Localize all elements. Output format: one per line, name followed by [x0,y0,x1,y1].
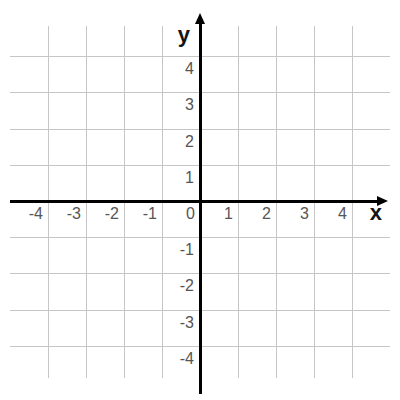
y-tick-label--4: -4 [154,351,194,367]
y-tick-label-2: 2 [154,134,194,150]
x-axis-title: x [342,202,382,224]
y-tick-label-4: 4 [154,61,194,77]
x-tick-label--3: -3 [41,206,81,222]
coordinate-plane: -4-3-2-11234-4-3-2-11234 0 x y [0,0,400,400]
x-tick-label-3: 3 [269,206,309,222]
origin-label: 0 [155,206,195,222]
y-tick-label--3: -3 [154,315,194,331]
x-tick-label--1: -1 [117,206,157,222]
x-tick-label--2: -2 [79,206,119,222]
y-tick-label-3: 3 [154,97,194,113]
x-tick-label-1: 1 [193,206,233,222]
y-tick-label--1: -1 [154,242,194,258]
y-tick-label-1: 1 [154,170,194,186]
y-axis-arrow-icon [195,13,205,24]
y-tick-label--2: -2 [154,278,194,294]
x-tick-label-4: 4 [307,206,347,222]
x-axis-line [10,200,380,203]
x-tick-label--4: -4 [3,206,43,222]
x-tick-label-2: 2 [231,206,271,222]
y-axis-title: y [150,24,190,46]
